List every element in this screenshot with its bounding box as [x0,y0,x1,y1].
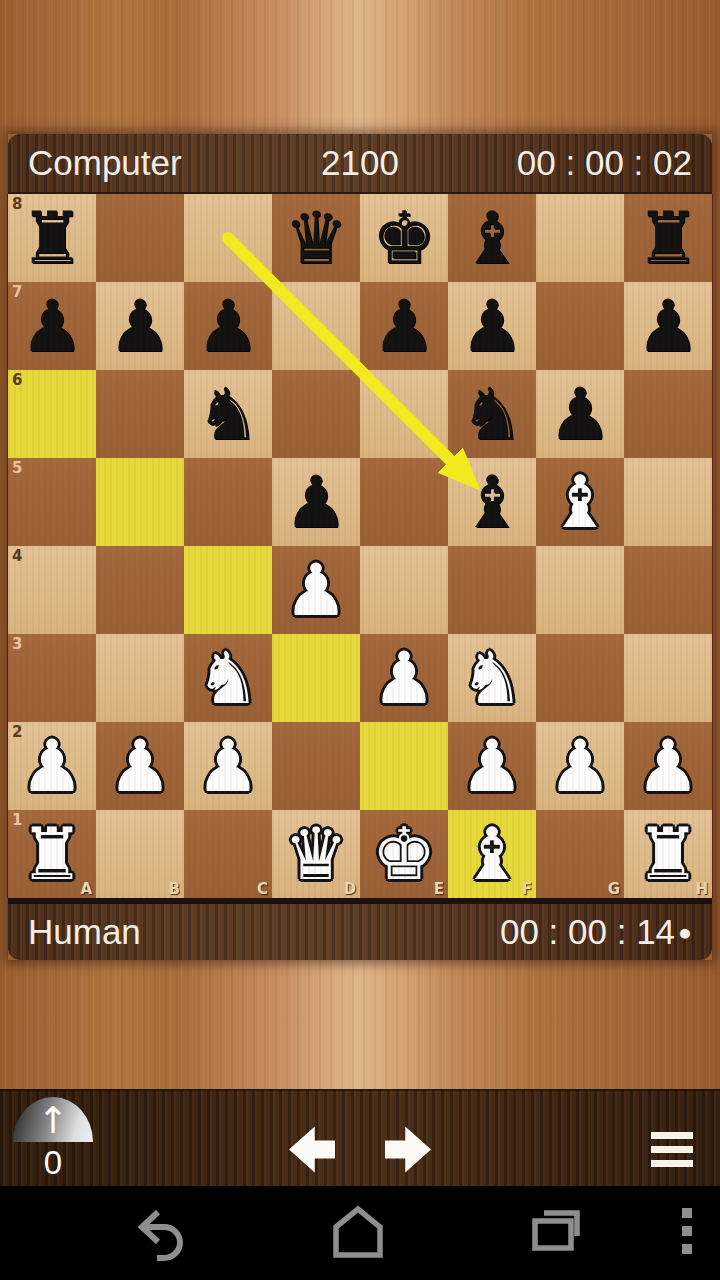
file-label-h: H [695,880,708,898]
chess-board: 8♜♛♚♝♜7♟♟♟♟♟♟6♞♞♟5♟♝♝4♟3♞♟♞2♟♟♟♟♟♟1A♜BCD… [7,194,713,898]
human-player-name: Human [28,912,141,952]
square-e5[interactable] [360,458,448,546]
square-b4[interactable] [96,546,184,634]
recent-apps-icon[interactable] [524,1200,588,1264]
human-clock-bar: Human 00 : 00 : 14 ● [8,904,712,960]
square-h1[interactable]: H♜ [624,810,712,898]
square-e3[interactable]: ♟ [360,634,448,722]
rank-label-6: 6 [12,371,22,389]
square-c2[interactable]: ♟ [184,722,272,810]
square-h2[interactable]: ♟ [624,722,712,810]
square-f7[interactable]: ♟ [448,282,536,370]
square-d8[interactable]: ♛ [272,194,360,282]
square-g1[interactable]: G [536,810,624,898]
file-label-c: C [257,880,268,898]
black-knight: ♞ [448,370,536,458]
square-h5[interactable] [624,458,712,546]
file-label-a: A [80,880,92,898]
square-h8[interactable]: ♜ [624,194,712,282]
white-pawn: ♟ [96,722,184,810]
gauge-icon: ↑ [13,1097,93,1142]
dot [682,1208,692,1218]
file-label-d: D [344,880,356,898]
menu-button[interactable] [651,1132,693,1167]
square-g8[interactable] [536,194,624,282]
square-c8[interactable] [184,194,272,282]
square-b2[interactable]: ♟ [96,722,184,810]
square-d6[interactable] [272,370,360,458]
white-bishop: ♝ [536,458,624,546]
rank-label-3: 3 [12,635,22,653]
square-h6[interactable] [624,370,712,458]
human-clock: 00 : 00 : 14 [500,912,675,952]
square-a4[interactable]: 4 [8,546,96,634]
rank-label-2: 2 [12,723,22,741]
rank-label-5: 5 [12,459,22,477]
square-g7[interactable] [536,282,624,370]
dot [682,1226,692,1236]
black-queen: ♛ [272,194,360,282]
square-e8[interactable]: ♚ [360,194,448,282]
square-c5[interactable] [184,458,272,546]
overflow-menu-icon[interactable] [682,1208,692,1262]
square-f5[interactable]: ♝ [448,458,536,546]
dot [682,1244,692,1254]
black-pawn: ♟ [272,458,360,546]
file-label-e: E [434,880,444,898]
square-b1[interactable]: B [96,810,184,898]
rank-label-8: 8 [12,195,22,213]
square-b8[interactable] [96,194,184,282]
back-icon[interactable] [128,1200,192,1264]
square-f6[interactable]: ♞ [448,370,536,458]
menu-bar-icon [651,1146,693,1153]
android-nav-bar [0,1186,720,1280]
square-e1[interactable]: E♚ [360,810,448,898]
square-d7[interactable] [272,282,360,370]
square-d1[interactable]: D♛ [272,810,360,898]
menu-bar-icon [651,1160,693,1167]
engine-rating: 2100 [321,143,399,183]
square-d3[interactable] [272,634,360,722]
white-pawn: ♟ [536,722,624,810]
square-e6[interactable] [360,370,448,458]
square-g2[interactable]: ♟ [536,722,624,810]
black-pawn: ♟ [536,370,624,458]
white-knight: ♞ [184,634,272,722]
square-c3[interactable]: ♞ [184,634,272,722]
file-label-f: F [522,880,532,898]
square-e4[interactable] [360,546,448,634]
square-g6[interactable]: ♟ [536,370,624,458]
menu-bar-icon [651,1132,693,1139]
square-b3[interactable] [96,634,184,722]
square-e7[interactable]: ♟ [360,282,448,370]
black-king: ♚ [360,194,448,282]
square-b6[interactable] [96,370,184,458]
square-g5[interactable]: ♝ [536,458,624,546]
file-label-b: B [169,880,180,898]
white-pawn: ♟ [184,722,272,810]
square-c1[interactable]: C [184,810,272,898]
white-pawn: ♟ [360,634,448,722]
square-f8[interactable]: ♝ [448,194,536,282]
black-knight: ♞ [184,370,272,458]
black-pawn: ♟ [360,282,448,370]
black-bishop: ♝ [448,194,536,282]
square-a7[interactable]: 7♟ [8,282,96,370]
black-bishop: ♝ [448,458,536,546]
square-d5[interactable]: ♟ [272,458,360,546]
square-d4[interactable]: ♟ [272,546,360,634]
square-a2[interactable]: 2♟ [8,722,96,810]
computer-clock-bar: Computer 2100 00 : 00 : 02 [8,134,712,194]
square-e2[interactable] [360,722,448,810]
square-f3[interactable]: ♞ [448,634,536,722]
square-g4[interactable] [536,546,624,634]
square-h4[interactable] [624,546,712,634]
rank-label-7: 7 [12,283,22,301]
turn-indicator-dot: ● [678,921,692,944]
black-rook: ♜ [624,194,712,282]
square-b7[interactable]: ♟ [96,282,184,370]
square-f4[interactable] [448,546,536,634]
square-b5[interactable] [96,458,184,546]
gauge-value: 0 [11,1144,95,1182]
rank-label-4: 4 [12,547,22,565]
computer-player-name: Computer [28,143,182,183]
square-a5[interactable]: 5 [8,458,96,546]
gauge-needle-icon: ↑ [13,1098,93,1143]
white-pawn: ♟ [272,546,360,634]
file-label-g: G [608,880,620,898]
square-c6[interactable]: ♞ [184,370,272,458]
black-pawn: ♟ [184,282,272,370]
black-pawn: ♟ [624,282,712,370]
undo-move-button[interactable] [289,1126,335,1173]
computer-clock: 00 : 00 : 02 [517,143,692,183]
white-pawn: ♟ [448,722,536,810]
square-d2[interactable] [272,722,360,810]
toolbar: ↑ 0 [0,1089,720,1186]
white-knight: ♞ [448,634,536,722]
game-panel: Computer 2100 00 : 00 : 02 8♜♛♚♝♜7♟♟♟♟♟♟… [8,134,712,960]
rank-label-1: 1 [12,811,22,829]
square-a3[interactable]: 3 [8,634,96,722]
human-clock-wrap: 00 : 00 : 14 ● [500,912,692,952]
strength-gauge: ↑ 0 [11,1097,95,1182]
square-a8[interactable]: 8♜ [8,194,96,282]
square-a6[interactable]: 6 [8,370,96,458]
white-pawn: ♟ [624,722,712,810]
home-icon[interactable] [326,1200,390,1264]
square-f1[interactable]: F♝ [448,810,536,898]
square-c4[interactable] [184,546,272,634]
square-h3[interactable] [624,634,712,722]
black-pawn: ♟ [96,282,184,370]
square-f2[interactable]: ♟ [448,722,536,810]
square-g3[interactable] [536,634,624,722]
black-pawn: ♟ [448,282,536,370]
square-h7[interactable]: ♟ [624,282,712,370]
square-a1[interactable]: 1A♜ [8,810,96,898]
square-c7[interactable]: ♟ [184,282,272,370]
phone-screen: Computer 2100 00 : 00 : 02 8♜♛♚♝♜7♟♟♟♟♟♟… [0,0,720,1280]
redo-move-button[interactable] [385,1126,431,1173]
